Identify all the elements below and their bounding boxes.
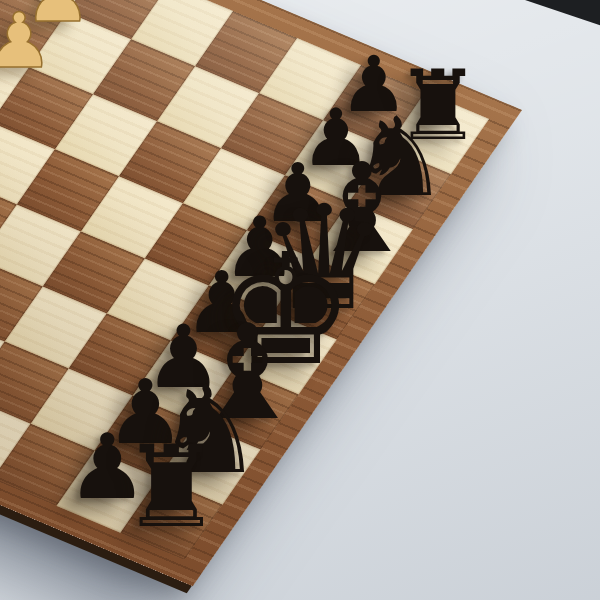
piece-white-pawn-c2[interactable]: ♟ xyxy=(0,3,53,79)
piece-black-rook-h8[interactable]: ♜ xyxy=(121,431,222,544)
scene: ♜♞♝♛♚♝♞♜♟♟♟♟♟♟♟♟♟♟ xyxy=(0,0,600,600)
pieces-layer: ♜♞♝♛♚♝♞♜♟♟♟♟♟♟♟♟♟♟ xyxy=(0,0,600,600)
